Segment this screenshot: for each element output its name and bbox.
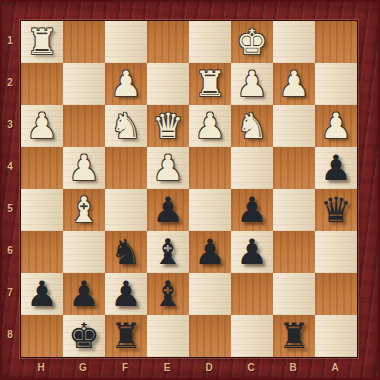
file-label-h: H bbox=[20, 358, 62, 380]
square-e6[interactable]: ♝ bbox=[147, 231, 189, 273]
black-rook[interactable]: ♜ bbox=[273, 315, 315, 357]
square-d7[interactable] bbox=[189, 273, 231, 315]
square-e5[interactable]: ♟ bbox=[147, 189, 189, 231]
rank-label-2: 2 bbox=[1, 62, 19, 104]
square-h1[interactable]: ♜ bbox=[21, 21, 63, 63]
white-pawn[interactable]: ♟ bbox=[315, 105, 357, 147]
white-knight[interactable]: ♞ bbox=[231, 105, 273, 147]
black-queen[interactable]: ♛ bbox=[315, 189, 357, 231]
black-pawn[interactable]: ♟ bbox=[231, 189, 273, 231]
square-a5[interactable]: ♛ bbox=[315, 189, 357, 231]
square-g7[interactable]: ♟ bbox=[63, 273, 105, 315]
square-f1[interactable] bbox=[105, 21, 147, 63]
square-c6[interactable]: ♟ bbox=[231, 231, 273, 273]
white-knight[interactable]: ♞ bbox=[105, 105, 147, 147]
black-rook[interactable]: ♜ bbox=[105, 315, 147, 357]
square-c7[interactable] bbox=[231, 273, 273, 315]
black-pawn[interactable]: ♟ bbox=[315, 147, 357, 189]
square-g6[interactable] bbox=[63, 231, 105, 273]
white-bishop[interactable]: ♝ bbox=[63, 189, 105, 231]
file-label-e: E bbox=[146, 358, 188, 380]
square-e1[interactable] bbox=[147, 21, 189, 63]
square-d1[interactable] bbox=[189, 21, 231, 63]
white-pawn[interactable]: ♟ bbox=[147, 147, 189, 189]
square-c2[interactable]: ♟ bbox=[231, 63, 273, 105]
square-h3[interactable]: ♟ bbox=[21, 105, 63, 147]
square-f7[interactable]: ♟ bbox=[105, 273, 147, 315]
rank-label-1: 1 bbox=[1, 20, 19, 62]
rank-label-7: 7 bbox=[1, 272, 19, 314]
square-a6[interactable] bbox=[315, 231, 357, 273]
chess-board: ♜♚♟♜♟♟♟♞♛♟♞♟♟♟♟♝♟♟♛♞♝♟♟♟♟♟♝♚♜♜ bbox=[20, 20, 358, 358]
square-g8[interactable]: ♚ bbox=[63, 315, 105, 357]
square-d6[interactable]: ♟ bbox=[189, 231, 231, 273]
square-c8[interactable] bbox=[231, 315, 273, 357]
white-rook[interactable]: ♜ bbox=[21, 21, 63, 63]
black-pawn[interactable]: ♟ bbox=[63, 273, 105, 315]
file-label-g: G bbox=[62, 358, 104, 380]
white-pawn[interactable]: ♟ bbox=[231, 63, 273, 105]
square-a1[interactable] bbox=[315, 21, 357, 63]
black-pawn[interactable]: ♟ bbox=[21, 273, 63, 315]
square-f8[interactable]: ♜ bbox=[105, 315, 147, 357]
square-c3[interactable]: ♞ bbox=[231, 105, 273, 147]
square-a4[interactable]: ♟ bbox=[315, 147, 357, 189]
square-b1[interactable] bbox=[273, 21, 315, 63]
square-e3[interactable]: ♛ bbox=[147, 105, 189, 147]
square-d5[interactable] bbox=[189, 189, 231, 231]
white-queen[interactable]: ♛ bbox=[147, 105, 189, 147]
square-h8[interactable] bbox=[21, 315, 63, 357]
file-label-a: A bbox=[314, 358, 356, 380]
square-g4[interactable]: ♟ bbox=[63, 147, 105, 189]
square-g5[interactable]: ♝ bbox=[63, 189, 105, 231]
square-b6[interactable] bbox=[273, 231, 315, 273]
black-bishop[interactable]: ♝ bbox=[147, 231, 189, 273]
white-pawn[interactable]: ♟ bbox=[21, 105, 63, 147]
square-c5[interactable]: ♟ bbox=[231, 189, 273, 231]
square-h5[interactable] bbox=[21, 189, 63, 231]
white-pawn[interactable]: ♟ bbox=[189, 105, 231, 147]
square-a3[interactable]: ♟ bbox=[315, 105, 357, 147]
square-d8[interactable] bbox=[189, 315, 231, 357]
square-a8[interactable] bbox=[315, 315, 357, 357]
board-frame: ♜♚♟♜♟♟♟♞♛♟♞♟♟♟♟♝♟♟♛♞♝♟♟♟♟♟♝♚♜♜ 12345678 … bbox=[0, 0, 380, 380]
square-e8[interactable] bbox=[147, 315, 189, 357]
square-d2[interactable]: ♜ bbox=[189, 63, 231, 105]
white-king[interactable]: ♚ bbox=[231, 21, 273, 63]
black-pawn[interactable]: ♟ bbox=[231, 231, 273, 273]
rank-label-5: 5 bbox=[1, 188, 19, 230]
square-b5[interactable] bbox=[273, 189, 315, 231]
square-g2[interactable] bbox=[63, 63, 105, 105]
square-b3[interactable] bbox=[273, 105, 315, 147]
white-pawn[interactable]: ♟ bbox=[273, 63, 315, 105]
rank-label-8: 8 bbox=[1, 314, 19, 356]
square-f5[interactable] bbox=[105, 189, 147, 231]
file-label-f: F bbox=[104, 358, 146, 380]
file-label-b: B bbox=[272, 358, 314, 380]
square-f2[interactable]: ♟ bbox=[105, 63, 147, 105]
rank-label-6: 6 bbox=[1, 230, 19, 272]
square-c4[interactable] bbox=[231, 147, 273, 189]
square-a2[interactable] bbox=[315, 63, 357, 105]
rank-label-4: 4 bbox=[1, 146, 19, 188]
square-a7[interactable] bbox=[315, 273, 357, 315]
black-bishop[interactable]: ♝ bbox=[147, 273, 189, 315]
square-f4[interactable] bbox=[105, 147, 147, 189]
rank-label-3: 3 bbox=[1, 104, 19, 146]
square-g3[interactable] bbox=[63, 105, 105, 147]
square-d3[interactable]: ♟ bbox=[189, 105, 231, 147]
square-h7[interactable]: ♟ bbox=[21, 273, 63, 315]
black-pawn[interactable]: ♟ bbox=[105, 273, 147, 315]
square-b7[interactable] bbox=[273, 273, 315, 315]
black-king[interactable]: ♚ bbox=[63, 315, 105, 357]
square-e2[interactable] bbox=[147, 63, 189, 105]
square-g1[interactable] bbox=[63, 21, 105, 63]
file-label-d: D bbox=[188, 358, 230, 380]
white-pawn[interactable]: ♟ bbox=[105, 63, 147, 105]
white-rook[interactable]: ♜ bbox=[189, 63, 231, 105]
file-label-c: C bbox=[230, 358, 272, 380]
square-e7[interactable]: ♝ bbox=[147, 273, 189, 315]
square-d4[interactable] bbox=[189, 147, 231, 189]
square-f3[interactable]: ♞ bbox=[105, 105, 147, 147]
black-knight[interactable]: ♞ bbox=[105, 231, 147, 273]
square-b2[interactable]: ♟ bbox=[273, 63, 315, 105]
white-pawn[interactable]: ♟ bbox=[63, 147, 105, 189]
square-h4[interactable] bbox=[21, 147, 63, 189]
square-b8[interactable]: ♜ bbox=[273, 315, 315, 357]
square-e4[interactable]: ♟ bbox=[147, 147, 189, 189]
black-pawn[interactable]: ♟ bbox=[147, 189, 189, 231]
square-c1[interactable]: ♚ bbox=[231, 21, 273, 63]
square-h6[interactable] bbox=[21, 231, 63, 273]
black-pawn[interactable]: ♟ bbox=[189, 231, 231, 273]
square-h2[interactable] bbox=[21, 63, 63, 105]
square-b4[interactable] bbox=[273, 147, 315, 189]
square-f6[interactable]: ♞ bbox=[105, 231, 147, 273]
